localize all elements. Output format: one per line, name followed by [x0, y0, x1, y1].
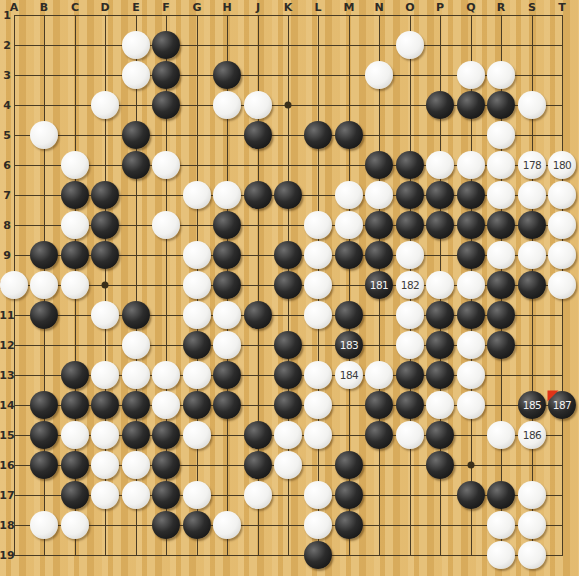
stone-L11[interactable]: [304, 301, 332, 329]
star-point: [285, 102, 292, 109]
coord-label-column: K: [284, 2, 293, 13]
stone-S6[interactable]: 178: [518, 151, 546, 179]
coord-label-column: R: [497, 2, 505, 13]
stone-F8[interactable]: [152, 211, 180, 239]
stone-M5[interactable]: [335, 121, 363, 149]
stone-J7[interactable]: [244, 181, 272, 209]
stone-G9[interactable]: [183, 241, 211, 269]
stone-E12[interactable]: [122, 331, 150, 359]
stone-S17[interactable]: [518, 481, 546, 509]
stone-C6[interactable]: [61, 151, 89, 179]
stone-O12[interactable]: [396, 331, 424, 359]
stone-P11[interactable]: [426, 301, 454, 329]
grid-line-horizontal: [14, 555, 563, 556]
coord-label-column: S: [528, 2, 536, 13]
stone-O14[interactable]: [396, 391, 424, 419]
stone-C15[interactable]: [61, 421, 89, 449]
coord-label-row: 8: [3, 220, 11, 231]
coord-label-column: D: [100, 2, 109, 13]
stone-B10[interactable]: [30, 271, 58, 299]
stone-N6[interactable]: [365, 151, 393, 179]
stone-E15[interactable]: [122, 421, 150, 449]
stone-E13[interactable]: [122, 361, 150, 389]
stone-C9[interactable]: [61, 241, 89, 269]
stone-R6[interactable]: [487, 151, 515, 179]
stone-R5[interactable]: [487, 121, 515, 149]
stone-P4[interactable]: [426, 91, 454, 119]
coord-label-column: B: [40, 2, 48, 13]
stone-O9[interactable]: [396, 241, 424, 269]
stone-K15[interactable]: [274, 421, 302, 449]
stone-Q13[interactable]: [457, 361, 485, 389]
stone-K14[interactable]: [274, 391, 302, 419]
stone-K9[interactable]: [274, 241, 302, 269]
stone-H7[interactable]: [213, 181, 241, 209]
grid-line-horizontal: [14, 135, 563, 136]
stone-G17[interactable]: [183, 481, 211, 509]
stone-F17[interactable]: [152, 481, 180, 509]
stone-P7[interactable]: [426, 181, 454, 209]
stone-N15[interactable]: [365, 421, 393, 449]
coord-label-row: 16: [0, 460, 15, 471]
stone-C10[interactable]: [61, 271, 89, 299]
stone-F6[interactable]: [152, 151, 180, 179]
stone-Q10[interactable]: [457, 271, 485, 299]
stone-L8[interactable]: [304, 211, 332, 239]
stone-S19[interactable]: [518, 541, 546, 569]
stone-M18[interactable]: [335, 511, 363, 539]
stone-M8[interactable]: [335, 211, 363, 239]
stone-D11[interactable]: [91, 301, 119, 329]
coord-label-row: 4: [3, 100, 11, 111]
stone-M17[interactable]: [335, 481, 363, 509]
stone-D9[interactable]: [91, 241, 119, 269]
stone-T8[interactable]: [548, 211, 576, 239]
stone-D15[interactable]: [91, 421, 119, 449]
stone-R7[interactable]: [487, 181, 515, 209]
coord-label-column: C: [71, 2, 79, 13]
stone-L5[interactable]: [304, 121, 332, 149]
stone-S8[interactable]: [518, 211, 546, 239]
stone-D13[interactable]: [91, 361, 119, 389]
stone-H11[interactable]: [213, 301, 241, 329]
coord-label-column: N: [374, 2, 383, 13]
stone-F16[interactable]: [152, 451, 180, 479]
coord-label-row: 6: [3, 160, 11, 171]
stone-S7[interactable]: [518, 181, 546, 209]
stone-L17[interactable]: [304, 481, 332, 509]
stone-D7[interactable]: [91, 181, 119, 209]
stone-K12[interactable]: [274, 331, 302, 359]
stone-N9[interactable]: [365, 241, 393, 269]
stone-O10[interactable]: 182: [396, 271, 424, 299]
stone-S10[interactable]: [518, 271, 546, 299]
coord-label-row: 5: [3, 130, 11, 141]
stone-G11[interactable]: [183, 301, 211, 329]
grid-line-horizontal: [14, 525, 563, 526]
move-number-label: 178: [523, 160, 542, 171]
stone-L19[interactable]: [304, 541, 332, 569]
stone-H8[interactable]: [213, 211, 241, 239]
stone-O15[interactable]: [396, 421, 424, 449]
stone-Q6[interactable]: [457, 151, 485, 179]
coord-label-row: 9: [3, 250, 11, 261]
stone-R3[interactable]: [487, 61, 515, 89]
stone-C8[interactable]: [61, 211, 89, 239]
stone-T10[interactable]: [548, 271, 576, 299]
stone-B11[interactable]: [30, 301, 58, 329]
stone-O8[interactable]: [396, 211, 424, 239]
stone-L14[interactable]: [304, 391, 332, 419]
move-number-label: 180: [553, 160, 572, 171]
coord-label-row: 18: [0, 520, 15, 531]
stone-M13[interactable]: 184: [335, 361, 363, 389]
stone-L13[interactable]: [304, 361, 332, 389]
stone-R19[interactable]: [487, 541, 515, 569]
stone-K7[interactable]: [274, 181, 302, 209]
stone-Q17[interactable]: [457, 481, 485, 509]
move-number-label: 181: [370, 280, 389, 291]
stone-B18[interactable]: [30, 511, 58, 539]
stone-N7[interactable]: [365, 181, 393, 209]
stone-G18[interactable]: [183, 511, 211, 539]
stone-P16[interactable]: [426, 451, 454, 479]
stone-N8[interactable]: [365, 211, 393, 239]
coord-label-column: J: [256, 2, 260, 13]
stone-R17[interactable]: [487, 481, 515, 509]
coord-label-column: A: [10, 2, 19, 13]
stone-F4[interactable]: [152, 91, 180, 119]
last-move-marker: [548, 391, 559, 402]
stone-M16[interactable]: [335, 451, 363, 479]
stone-Q11[interactable]: [457, 301, 485, 329]
coord-label-row: 3: [3, 70, 11, 81]
stone-R10[interactable]: [487, 271, 515, 299]
stone-S15[interactable]: 186: [518, 421, 546, 449]
stone-R12[interactable]: [487, 331, 515, 359]
stone-C7[interactable]: [61, 181, 89, 209]
stone-F14[interactable]: [152, 391, 180, 419]
stone-P12[interactable]: [426, 331, 454, 359]
stone-Q7[interactable]: [457, 181, 485, 209]
stone-J11[interactable]: [244, 301, 272, 329]
stone-O2[interactable]: [396, 31, 424, 59]
stone-A10[interactable]: [0, 271, 28, 299]
coord-label-row: 1: [3, 10, 11, 21]
coord-label-column: F: [162, 2, 170, 13]
stone-S14[interactable]: 185: [518, 391, 546, 419]
stone-R15[interactable]: [487, 421, 515, 449]
stone-P13[interactable]: [426, 361, 454, 389]
stone-H3[interactable]: [213, 61, 241, 89]
stone-E14[interactable]: [122, 391, 150, 419]
stone-K10[interactable]: [274, 271, 302, 299]
stone-P14[interactable]: [426, 391, 454, 419]
stone-E3[interactable]: [122, 61, 150, 89]
coord-label-row: 13: [0, 370, 15, 381]
stone-H14[interactable]: [213, 391, 241, 419]
coord-label-row: 15: [0, 430, 15, 441]
stone-Q14[interactable]: [457, 391, 485, 419]
stone-G10[interactable]: [183, 271, 211, 299]
stone-Q8[interactable]: [457, 211, 485, 239]
stone-B9[interactable]: [30, 241, 58, 269]
coord-label-column: M: [344, 2, 355, 13]
stone-L9[interactable]: [304, 241, 332, 269]
stone-K13[interactable]: [274, 361, 302, 389]
coord-label-row: 14: [0, 400, 15, 411]
stone-T9[interactable]: [548, 241, 576, 269]
coord-label-row: 7: [3, 190, 11, 201]
stone-H10[interactable]: [213, 271, 241, 299]
stone-J17[interactable]: [244, 481, 272, 509]
stone-P15[interactable]: [426, 421, 454, 449]
coord-label-row: 19: [0, 550, 15, 561]
stone-O7[interactable]: [396, 181, 424, 209]
stone-E5[interactable]: [122, 121, 150, 149]
move-number-label: 186: [523, 430, 542, 441]
coord-label-column: Q: [466, 2, 475, 13]
stone-G14[interactable]: [183, 391, 211, 419]
stone-E6[interactable]: [122, 151, 150, 179]
coord-label-row: 12: [0, 340, 15, 351]
stone-H13[interactable]: [213, 361, 241, 389]
stone-R8[interactable]: [487, 211, 515, 239]
stone-G7[interactable]: [183, 181, 211, 209]
stone-H12[interactable]: [213, 331, 241, 359]
stone-N14[interactable]: [365, 391, 393, 419]
stone-O13[interactable]: [396, 361, 424, 389]
grid-line-horizontal: [14, 45, 563, 46]
coord-label-column: O: [405, 2, 414, 13]
stone-E17[interactable]: [122, 481, 150, 509]
stone-S4[interactable]: [518, 91, 546, 119]
coord-label-column: T: [558, 2, 566, 13]
star-point: [102, 282, 109, 289]
stone-J16[interactable]: [244, 451, 272, 479]
coord-label-column: E: [132, 2, 140, 13]
coord-label-row: 17: [0, 490, 15, 501]
stone-N10[interactable]: 181: [365, 271, 393, 299]
stone-C17[interactable]: [61, 481, 89, 509]
stone-N3[interactable]: [365, 61, 393, 89]
stone-M11[interactable]: [335, 301, 363, 329]
stone-D4[interactable]: [91, 91, 119, 119]
stone-J4[interactable]: [244, 91, 272, 119]
stone-F18[interactable]: [152, 511, 180, 539]
stone-L18[interactable]: [304, 511, 332, 539]
stone-R11[interactable]: [487, 301, 515, 329]
stone-N13[interactable]: [365, 361, 393, 389]
stone-S9[interactable]: [518, 241, 546, 269]
stone-P8[interactable]: [426, 211, 454, 239]
stone-C16[interactable]: [61, 451, 89, 479]
stone-L10[interactable]: [304, 271, 332, 299]
coord-label-row: 11: [0, 310, 15, 321]
stone-M7[interactable]: [335, 181, 363, 209]
coord-label-column: P: [436, 2, 444, 13]
stone-R9[interactable]: [487, 241, 515, 269]
stone-M9[interactable]: [335, 241, 363, 269]
stone-F15[interactable]: [152, 421, 180, 449]
move-number-label: 184: [340, 370, 359, 381]
stone-C18[interactable]: [61, 511, 89, 539]
stone-H9[interactable]: [213, 241, 241, 269]
coord-label-column: G: [192, 2, 201, 13]
stone-D14[interactable]: [91, 391, 119, 419]
stone-E2[interactable]: [122, 31, 150, 59]
stone-B15[interactable]: [30, 421, 58, 449]
stone-G15[interactable]: [183, 421, 211, 449]
move-number-label: 183: [340, 340, 359, 351]
stone-T7[interactable]: [548, 181, 576, 209]
stone-E11[interactable]: [122, 301, 150, 329]
stone-P10[interactable]: [426, 271, 454, 299]
stone-H4[interactable]: [213, 91, 241, 119]
stone-O11[interactable]: [396, 301, 424, 329]
stone-E16[interactable]: [122, 451, 150, 479]
stone-B14[interactable]: [30, 391, 58, 419]
stone-Q3[interactable]: [457, 61, 485, 89]
stone-L15[interactable]: [304, 421, 332, 449]
coord-label-column: H: [222, 2, 231, 13]
stone-J15[interactable]: [244, 421, 272, 449]
grid-line-horizontal: [14, 15, 563, 16]
stone-R4[interactable]: [487, 91, 515, 119]
stone-R18[interactable]: [487, 511, 515, 539]
stone-C13[interactable]: [61, 361, 89, 389]
stone-S18[interactable]: [518, 511, 546, 539]
stone-B16[interactable]: [30, 451, 58, 479]
stone-O6[interactable]: [396, 151, 424, 179]
stone-F2[interactable]: [152, 31, 180, 59]
star-point: [468, 462, 475, 469]
stone-C14[interactable]: [61, 391, 89, 419]
move-number-label: 185: [523, 400, 542, 411]
stone-P6[interactable]: [426, 151, 454, 179]
stone-G13[interactable]: [183, 361, 211, 389]
stone-B5[interactable]: [30, 121, 58, 149]
stone-D17[interactable]: [91, 481, 119, 509]
go-board[interactable]: ABCDEFGHJKLMNOPQRST123456789101112131415…: [0, 0, 579, 576]
stone-Q12[interactable]: [457, 331, 485, 359]
stone-D16[interactable]: [91, 451, 119, 479]
coord-label-column: L: [314, 2, 321, 13]
stone-F3[interactable]: [152, 61, 180, 89]
coord-label-row: 2: [3, 40, 11, 51]
stone-F13[interactable]: [152, 361, 180, 389]
stone-Q9[interactable]: [457, 241, 485, 269]
stone-J5[interactable]: [244, 121, 272, 149]
stone-K16[interactable]: [274, 451, 302, 479]
stone-T6[interactable]: 180: [548, 151, 576, 179]
stone-G12[interactable]: [183, 331, 211, 359]
stone-H18[interactable]: [213, 511, 241, 539]
stone-D8[interactable]: [91, 211, 119, 239]
stone-M12[interactable]: 183: [335, 331, 363, 359]
move-number-label: 182: [401, 280, 420, 291]
stone-Q4[interactable]: [457, 91, 485, 119]
